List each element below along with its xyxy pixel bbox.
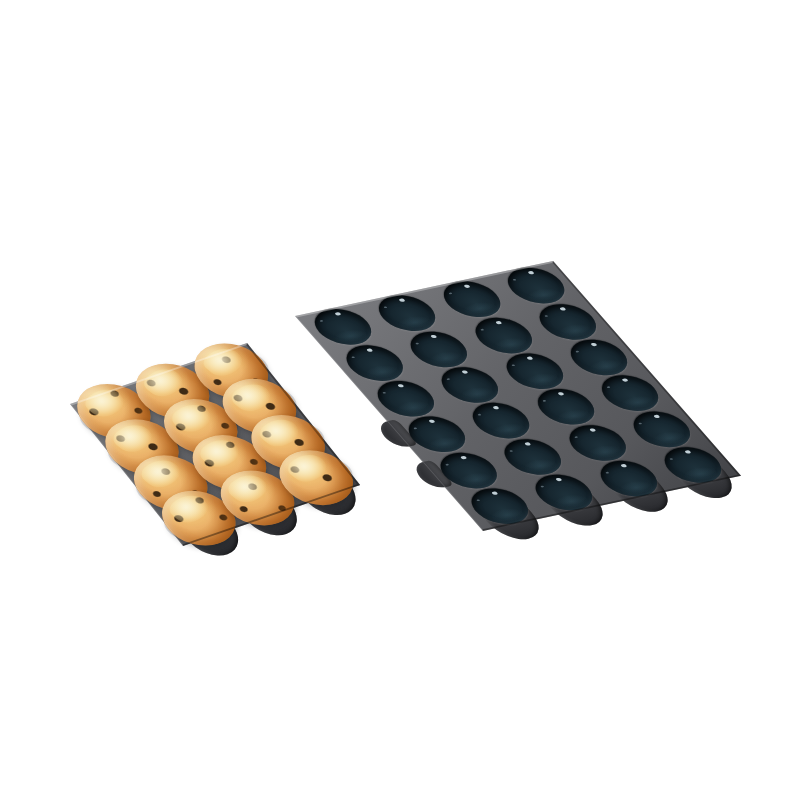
muffin-cavity (465, 313, 543, 357)
muffin-cavity (431, 363, 509, 407)
product-photo-muffin-moulds (0, 0, 800, 800)
muffin-cavity (335, 341, 413, 385)
muffin-cavity (369, 291, 447, 335)
muffin-cavity (498, 264, 576, 308)
muffin-cavity (560, 335, 638, 379)
muffin-cavity (367, 377, 445, 421)
muffin-cavity (527, 385, 605, 429)
muffin-cavity (494, 434, 572, 478)
muffin-cavity (623, 407, 701, 451)
muffin-cavity (592, 371, 670, 415)
muffin-cavity (529, 299, 607, 343)
muffin-cavity (400, 327, 478, 371)
muffin-cavity (304, 305, 382, 349)
muffin-cavity (558, 421, 636, 465)
muffin-cavity (496, 349, 574, 393)
muffin-cavity (433, 277, 511, 321)
muffin-mould-24-empty (295, 261, 741, 531)
muffin-cavity (398, 412, 476, 456)
muffin-cavity (463, 399, 541, 443)
muffin-mould-12-filled (70, 343, 360, 546)
